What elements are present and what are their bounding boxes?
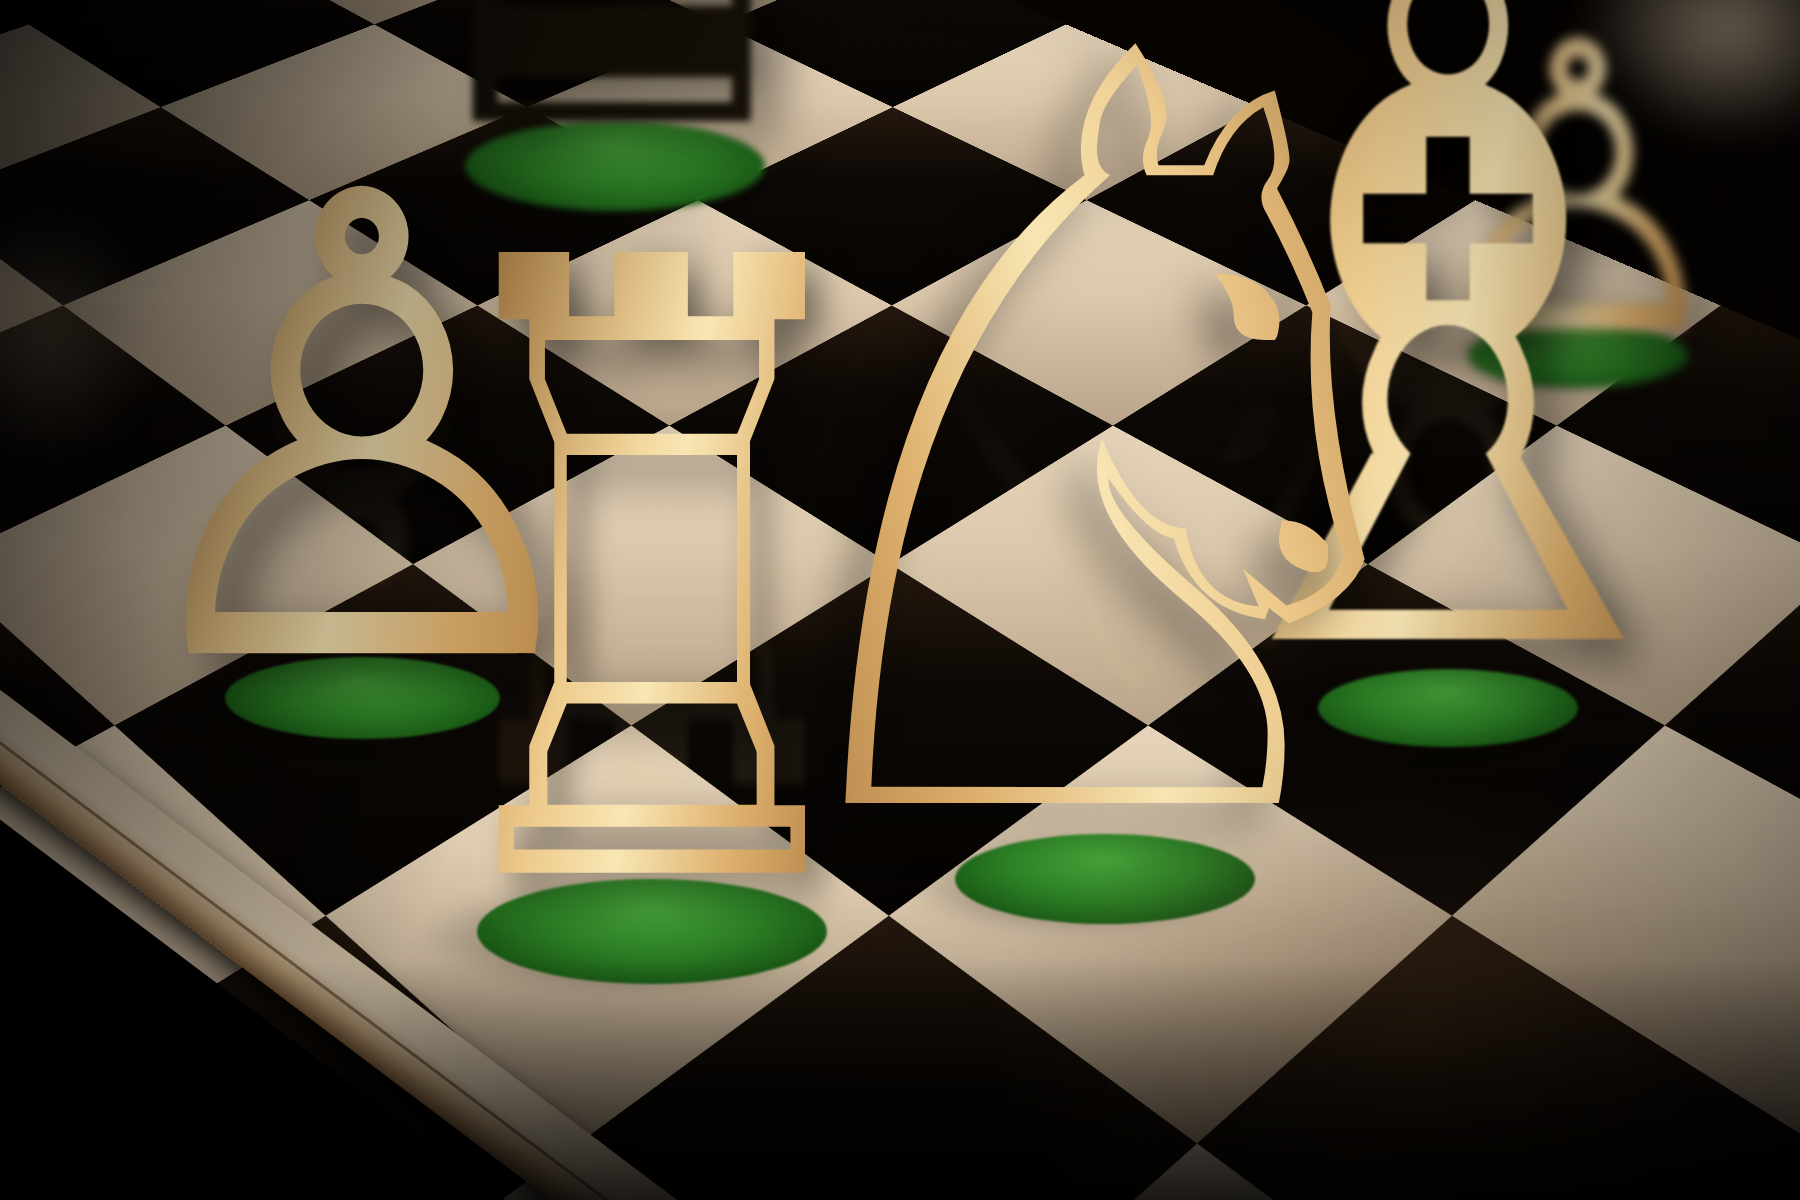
white-rook: ♖ — [408, 153, 896, 1003]
photo-stage: ♛♙♗♗♙♙♘♘♖♖ — [0, 0, 1800, 1200]
